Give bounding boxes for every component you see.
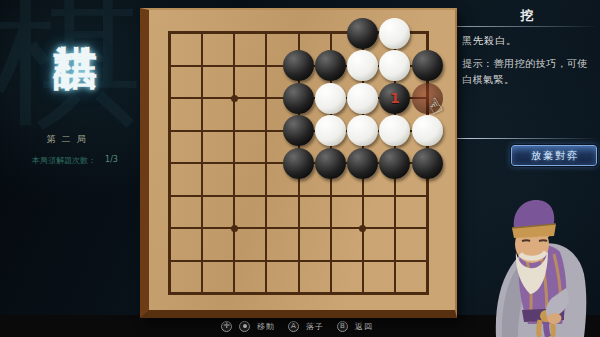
grid-line-horizontal: [170, 195, 427, 197]
grid-line-horizontal: [170, 227, 427, 229]
button-b-icon: B: [337, 321, 348, 332]
stick-icon: [239, 321, 250, 332]
round-label: 第二局: [0, 133, 132, 146]
dpad-icon: ✛: [221, 321, 232, 332]
star-point: [359, 225, 366, 232]
black-stone: [412, 50, 443, 81]
star-point: [231, 225, 238, 232]
last-move-number: 1: [379, 83, 410, 114]
game-screen: 棋 詰棋 第二局 本局須解題次數： 1/3 1 ☝ 挖 黑先殺白。 提示：善用挖…: [0, 0, 600, 337]
hover-stone-preview[interactable]: [412, 83, 443, 114]
black-stone: 1: [379, 83, 410, 114]
technique-title: 挖: [455, 7, 600, 25]
black-stone: [283, 115, 314, 146]
forfeit-button[interactable]: 放棄對弈: [511, 145, 597, 166]
black-stone: [283, 50, 314, 81]
white-stone: [315, 115, 346, 146]
progress-label: 本局須解題次數：: [32, 155, 96, 166]
black-stone: [283, 148, 314, 179]
black-stone: [315, 50, 346, 81]
move-hint-label: 移動: [257, 321, 275, 332]
npc-portrait-old-master: [468, 192, 600, 337]
white-stone: [412, 115, 443, 146]
black-stone: [412, 148, 443, 179]
puzzle-progress: 本局須解題次數： 1/3: [18, 155, 132, 166]
black-stone: [315, 148, 346, 179]
black-stone: [379, 148, 410, 179]
white-stone: [379, 18, 410, 49]
go-board[interactable]: 1: [140, 8, 457, 318]
grid-line-horizontal: [170, 260, 427, 262]
black-stone: [347, 18, 378, 49]
button-a-icon: A: [288, 321, 299, 332]
puzzle-hint: 提示：善用挖的技巧，可使白棋氣緊。: [462, 56, 596, 87]
white-stone: [315, 83, 346, 114]
page-title-calligraphy: 詰棋: [50, 10, 98, 128]
puzzle-objective: 黑先殺白。: [462, 34, 517, 48]
panel-divider-top: [457, 26, 598, 27]
panel-divider-bottom: [455, 138, 600, 139]
black-stone: [347, 148, 378, 179]
place-stone-hint-label: 落子: [306, 321, 324, 332]
star-point: [231, 95, 238, 102]
back-hint-label: 返回: [355, 321, 373, 332]
progress-value: 1/3: [105, 155, 118, 166]
black-stone: [283, 83, 314, 114]
white-stone: [347, 83, 378, 114]
